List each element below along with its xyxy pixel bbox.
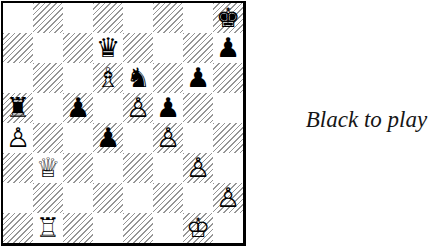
square-d5[interactable] (93, 93, 123, 123)
square-d3[interactable] (93, 153, 123, 183)
square-a1[interactable] (3, 213, 33, 243)
square-f6[interactable] (153, 63, 183, 93)
square-d2[interactable] (93, 183, 123, 213)
square-b5[interactable] (33, 93, 63, 123)
square-f5[interactable]: ♟ (153, 93, 183, 123)
square-g1[interactable]: ♔ (183, 213, 213, 243)
white-pawn-piece: ♙ (186, 153, 210, 183)
square-b6[interactable] (33, 63, 63, 93)
square-f7[interactable] (153, 33, 183, 63)
square-e3[interactable] (123, 153, 153, 183)
square-h6[interactable] (213, 63, 243, 93)
white-pawn-piece: ♙ (216, 183, 240, 213)
square-c3[interactable] (63, 153, 93, 183)
square-b8[interactable] (33, 3, 63, 33)
chess-diagram-page: ♚♛♟♗♞♟♜♟♙♟♙♟♙♕♙♙♖♔ Black to play (0, 0, 433, 247)
square-h7[interactable]: ♟ (213, 33, 243, 63)
white-queen-piece: ♕ (36, 153, 60, 183)
white-pawn-piece: ♙ (156, 123, 180, 153)
square-g5[interactable] (183, 93, 213, 123)
square-g2[interactable] (183, 183, 213, 213)
square-c5[interactable]: ♟ (63, 93, 93, 123)
square-f8[interactable] (153, 3, 183, 33)
square-g8[interactable] (183, 3, 213, 33)
square-d1[interactable] (93, 213, 123, 243)
square-f4[interactable]: ♙ (153, 123, 183, 153)
square-a7[interactable] (3, 33, 33, 63)
white-pawn-piece: ♙ (6, 123, 30, 153)
square-e1[interactable] (123, 213, 153, 243)
chess-board: ♚♛♟♗♞♟♜♟♙♟♙♟♙♕♙♙♖♔ (1, 1, 246, 246)
square-d6[interactable]: ♗ (93, 63, 123, 93)
square-e2[interactable] (123, 183, 153, 213)
white-pawn-piece: ♙ (126, 93, 150, 123)
square-h4[interactable] (213, 123, 243, 153)
square-h2[interactable]: ♙ (213, 183, 243, 213)
square-b3[interactable]: ♕ (33, 153, 63, 183)
black-pawn-piece: ♟ (156, 93, 180, 123)
square-b4[interactable] (33, 123, 63, 153)
square-g6[interactable]: ♟ (183, 63, 213, 93)
white-bishop-piece: ♗ (96, 63, 120, 93)
square-c8[interactable] (63, 3, 93, 33)
square-h1[interactable] (213, 213, 243, 243)
square-h8[interactable]: ♚ (213, 3, 243, 33)
black-queen-piece: ♛ (96, 33, 120, 63)
square-c4[interactable] (63, 123, 93, 153)
square-d8[interactable] (93, 3, 123, 33)
square-f1[interactable] (153, 213, 183, 243)
square-g3[interactable]: ♙ (183, 153, 213, 183)
square-c1[interactable] (63, 213, 93, 243)
black-pawn-piece: ♟ (96, 123, 120, 153)
square-e7[interactable] (123, 33, 153, 63)
square-d7[interactable]: ♛ (93, 33, 123, 63)
square-h3[interactable] (213, 153, 243, 183)
square-d4[interactable]: ♟ (93, 123, 123, 153)
black-pawn-piece: ♟ (66, 93, 90, 123)
square-c7[interactable] (63, 33, 93, 63)
square-e4[interactable] (123, 123, 153, 153)
square-a5[interactable]: ♜ (3, 93, 33, 123)
square-a2[interactable] (3, 183, 33, 213)
square-b7[interactable] (33, 33, 63, 63)
black-rook-piece: ♜ (6, 93, 30, 123)
square-e6[interactable]: ♞ (123, 63, 153, 93)
square-e5[interactable]: ♙ (123, 93, 153, 123)
square-a6[interactable] (3, 63, 33, 93)
square-a3[interactable] (3, 153, 33, 183)
square-f2[interactable] (153, 183, 183, 213)
square-b1[interactable]: ♖ (33, 213, 63, 243)
black-king-piece: ♚ (216, 3, 240, 33)
square-g7[interactable] (183, 33, 213, 63)
black-pawn-piece: ♟ (186, 63, 210, 93)
square-c6[interactable] (63, 63, 93, 93)
side-to-move-caption: Black to play (300, 104, 433, 136)
square-b2[interactable] (33, 183, 63, 213)
white-rook-piece: ♖ (36, 213, 60, 243)
white-king-piece: ♔ (186, 213, 210, 243)
square-a8[interactable] (3, 3, 33, 33)
square-a4[interactable]: ♙ (3, 123, 33, 153)
square-e8[interactable] (123, 3, 153, 33)
square-h5[interactable] (213, 93, 243, 123)
black-pawn-piece: ♟ (216, 33, 240, 63)
square-f3[interactable] (153, 153, 183, 183)
square-c2[interactable] (63, 183, 93, 213)
black-knight-piece: ♞ (126, 63, 150, 93)
square-g4[interactable] (183, 123, 213, 153)
